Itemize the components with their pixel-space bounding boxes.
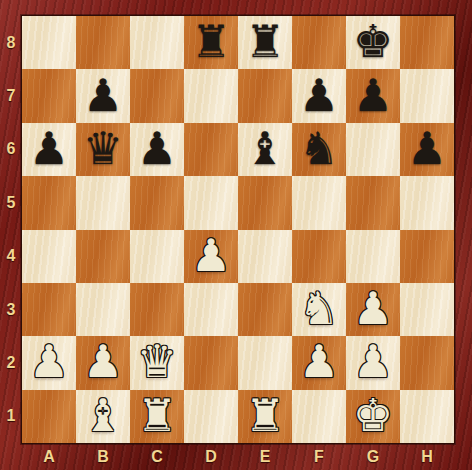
square-b3[interactable] [76, 283, 130, 336]
file-label-e: E [238, 443, 292, 470]
square-g3[interactable]: ♟ [346, 283, 400, 336]
square-c7[interactable] [130, 69, 184, 122]
square-b4[interactable] [76, 230, 130, 283]
white-pawn-piece[interactable]: ♟ [353, 286, 393, 331]
square-f2[interactable]: ♟ [292, 336, 346, 389]
black-king-piece[interactable]: ♚ [353, 19, 393, 64]
file-label-f: F [292, 443, 346, 470]
file-label-a: A [22, 443, 76, 470]
square-a7[interactable] [22, 69, 76, 122]
square-h3[interactable] [400, 283, 454, 336]
square-d6[interactable] [184, 123, 238, 176]
square-e7[interactable] [238, 69, 292, 122]
rank-label-4: 4 [0, 230, 22, 283]
square-c2[interactable]: ♛ [130, 336, 184, 389]
board-frame: 87654321 ABCDEFGH ♜♜♚♟♟♟♟♛♟♝♞♟♟♞♟♟♟♛♟♟♝♜… [0, 0, 472, 470]
rank-label-2: 2 [0, 336, 22, 389]
white-rook-piece[interactable]: ♜ [245, 393, 285, 438]
square-h8[interactable] [400, 16, 454, 69]
square-g1[interactable]: ♚ [346, 390, 400, 443]
square-g7[interactable]: ♟ [346, 69, 400, 122]
square-g6[interactable] [346, 123, 400, 176]
square-b7[interactable]: ♟ [76, 69, 130, 122]
square-d3[interactable] [184, 283, 238, 336]
square-h2[interactable] [400, 336, 454, 389]
square-b8[interactable] [76, 16, 130, 69]
square-e2[interactable] [238, 336, 292, 389]
white-king-piece[interactable]: ♚ [353, 393, 393, 438]
file-label-g: G [346, 443, 400, 470]
square-a4[interactable] [22, 230, 76, 283]
black-knight-piece[interactable]: ♞ [299, 126, 339, 171]
black-pawn-piece[interactable]: ♟ [29, 126, 69, 171]
square-d5[interactable] [184, 176, 238, 229]
square-e1[interactable]: ♜ [238, 390, 292, 443]
square-f6[interactable]: ♞ [292, 123, 346, 176]
square-a3[interactable] [22, 283, 76, 336]
white-rook-piece[interactable]: ♜ [137, 393, 177, 438]
square-f8[interactable] [292, 16, 346, 69]
square-f7[interactable]: ♟ [292, 69, 346, 122]
black-bishop-piece[interactable]: ♝ [245, 126, 285, 171]
rank-label-7: 7 [0, 69, 22, 122]
square-c1[interactable]: ♜ [130, 390, 184, 443]
square-f4[interactable] [292, 230, 346, 283]
square-h7[interactable] [400, 69, 454, 122]
chess-board: ♜♜♚♟♟♟♟♛♟♝♞♟♟♞♟♟♟♛♟♟♝♜♜♚ [22, 16, 454, 443]
square-c3[interactable] [130, 283, 184, 336]
black-pawn-piece[interactable]: ♟ [353, 73, 393, 118]
square-c6[interactable]: ♟ [130, 123, 184, 176]
rank-label-5: 5 [0, 176, 22, 229]
file-label-d: D [184, 443, 238, 470]
square-h6[interactable]: ♟ [400, 123, 454, 176]
square-f1[interactable] [292, 390, 346, 443]
rank-labels: 87654321 [0, 16, 22, 443]
square-g4[interactable] [346, 230, 400, 283]
square-b5[interactable] [76, 176, 130, 229]
rank-label-6: 6 [0, 123, 22, 176]
square-a8[interactable] [22, 16, 76, 69]
white-queen-piece[interactable]: ♛ [137, 339, 177, 384]
black-rook-piece[interactable]: ♜ [245, 19, 285, 64]
square-e5[interactable] [238, 176, 292, 229]
square-a1[interactable] [22, 390, 76, 443]
square-h4[interactable] [400, 230, 454, 283]
black-queen-piece[interactable]: ♛ [83, 126, 123, 171]
black-pawn-piece[interactable]: ♟ [299, 73, 339, 118]
rank-label-1: 1 [0, 390, 22, 443]
file-label-h: H [400, 443, 454, 470]
white-pawn-piece[interactable]: ♟ [191, 233, 231, 278]
white-knight-piece[interactable]: ♞ [299, 286, 339, 331]
white-pawn-piece[interactable]: ♟ [353, 339, 393, 384]
square-c5[interactable] [130, 176, 184, 229]
file-label-b: B [76, 443, 130, 470]
white-bishop-piece[interactable]: ♝ [83, 393, 123, 438]
square-c4[interactable] [130, 230, 184, 283]
square-a5[interactable] [22, 176, 76, 229]
square-b1[interactable]: ♝ [76, 390, 130, 443]
square-h5[interactable] [400, 176, 454, 229]
rank-label-8: 8 [0, 16, 22, 69]
square-d7[interactable] [184, 69, 238, 122]
white-pawn-piece[interactable]: ♟ [83, 339, 123, 384]
square-f5[interactable] [292, 176, 346, 229]
square-g2[interactable]: ♟ [346, 336, 400, 389]
square-f3[interactable]: ♞ [292, 283, 346, 336]
square-h1[interactable] [400, 390, 454, 443]
white-pawn-piece[interactable]: ♟ [299, 339, 339, 384]
square-g5[interactable] [346, 176, 400, 229]
black-rook-piece[interactable]: ♜ [191, 19, 231, 64]
square-e8[interactable]: ♜ [238, 16, 292, 69]
square-d1[interactable] [184, 390, 238, 443]
square-d2[interactable] [184, 336, 238, 389]
square-d8[interactable]: ♜ [184, 16, 238, 69]
file-labels: ABCDEFGH [22, 443, 454, 470]
file-label-c: C [130, 443, 184, 470]
black-pawn-piece[interactable]: ♟ [83, 73, 123, 118]
white-pawn-piece[interactable]: ♟ [29, 339, 69, 384]
black-pawn-piece[interactable]: ♟ [407, 126, 447, 171]
square-g8[interactable]: ♚ [346, 16, 400, 69]
black-pawn-piece[interactable]: ♟ [137, 126, 177, 171]
rank-label-3: 3 [0, 283, 22, 336]
square-b6[interactable]: ♛ [76, 123, 130, 176]
square-c8[interactable] [130, 16, 184, 69]
square-b2[interactable]: ♟ [76, 336, 130, 389]
square-a6[interactable]: ♟ [22, 123, 76, 176]
square-a2[interactable]: ♟ [22, 336, 76, 389]
square-e6[interactable]: ♝ [238, 123, 292, 176]
square-e4[interactable] [238, 230, 292, 283]
square-d4[interactable]: ♟ [184, 230, 238, 283]
square-e3[interactable] [238, 283, 292, 336]
